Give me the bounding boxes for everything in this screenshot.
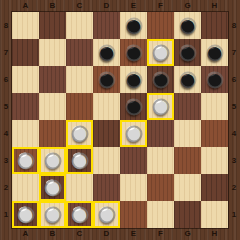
white-piece[interactable]: ● xyxy=(120,120,147,147)
square-a8[interactable] xyxy=(12,12,39,39)
file-label-a: A xyxy=(12,0,39,12)
square-b1[interactable]: ● xyxy=(39,201,66,228)
rank-label-8: 8 xyxy=(228,12,240,39)
square-a6[interactable] xyxy=(12,66,39,93)
rank-labels-left: 87654321 xyxy=(0,12,12,228)
square-d6[interactable]: ● xyxy=(93,66,120,93)
rank-label-7: 7 xyxy=(228,39,240,66)
black-piece[interactable]: ● xyxy=(93,66,120,93)
square-d1[interactable]: ● xyxy=(93,201,120,228)
rank-label-4: 4 xyxy=(0,120,12,147)
rank-label-6: 6 xyxy=(0,66,12,93)
square-c1[interactable]: ● xyxy=(66,201,93,228)
square-g2[interactable] xyxy=(174,174,201,201)
white-piece[interactable]: ● xyxy=(66,147,93,174)
square-g3[interactable] xyxy=(174,147,201,174)
rank-label-8: 8 xyxy=(0,12,12,39)
file-label-d: D xyxy=(93,0,120,12)
square-e1[interactable] xyxy=(120,201,147,228)
white-piece[interactable]: ● xyxy=(66,201,93,228)
file-label-h: H xyxy=(201,0,228,12)
square-c3[interactable]: ● xyxy=(66,147,93,174)
square-c6[interactable] xyxy=(66,66,93,93)
square-a3[interactable]: ● xyxy=(12,147,39,174)
rank-label-2: 2 xyxy=(0,174,12,201)
square-h2[interactable] xyxy=(201,174,228,201)
file-label-f: F xyxy=(147,228,174,240)
square-f2[interactable] xyxy=(147,174,174,201)
rank-label-4: 4 xyxy=(228,120,240,147)
square-b5[interactable] xyxy=(39,93,66,120)
square-e3[interactable] xyxy=(120,147,147,174)
black-piece[interactable]: ● xyxy=(201,66,228,93)
rank-label-3: 3 xyxy=(228,147,240,174)
square-g4[interactable] xyxy=(174,120,201,147)
file-label-f: F xyxy=(147,0,174,12)
board-grid: ●●●●●●●●●●●●●●●●●●●●●●●● xyxy=(12,12,228,228)
black-piece[interactable]: ● xyxy=(174,66,201,93)
square-h6[interactable]: ● xyxy=(201,66,228,93)
square-d3[interactable] xyxy=(93,147,120,174)
square-h4[interactable] xyxy=(201,120,228,147)
square-d4[interactable] xyxy=(93,120,120,147)
square-g5[interactable] xyxy=(174,93,201,120)
square-c7[interactable] xyxy=(66,39,93,66)
rank-label-5: 5 xyxy=(0,93,12,120)
square-f4[interactable] xyxy=(147,120,174,147)
square-a7[interactable] xyxy=(12,39,39,66)
rank-label-7: 7 xyxy=(0,39,12,66)
white-piece[interactable]: ● xyxy=(147,93,174,120)
square-e2[interactable] xyxy=(120,174,147,201)
square-b7[interactable] xyxy=(39,39,66,66)
square-a5[interactable] xyxy=(12,93,39,120)
rank-label-5: 5 xyxy=(228,93,240,120)
rank-label-3: 3 xyxy=(0,147,12,174)
square-f1[interactable] xyxy=(147,201,174,228)
square-g6[interactable]: ● xyxy=(174,66,201,93)
square-f3[interactable] xyxy=(147,147,174,174)
square-h1[interactable] xyxy=(201,201,228,228)
checkers-board: ABCDEFGH ABCDEFGH 87654321 87654321 ●●●●… xyxy=(0,0,240,240)
rank-label-1: 1 xyxy=(228,201,240,228)
square-f5[interactable]: ● xyxy=(147,93,174,120)
square-c8[interactable] xyxy=(66,12,93,39)
rank-label-6: 6 xyxy=(228,66,240,93)
white-piece[interactable]: ● xyxy=(93,201,120,228)
square-g1[interactable] xyxy=(174,201,201,228)
square-b8[interactable] xyxy=(39,12,66,39)
file-label-h: H xyxy=(201,228,228,240)
square-h3[interactable] xyxy=(201,147,228,174)
rank-labels-right: 87654321 xyxy=(228,12,240,228)
rank-label-2: 2 xyxy=(228,174,240,201)
file-label-g: G xyxy=(174,228,201,240)
square-a1[interactable]: ● xyxy=(12,201,39,228)
white-piece[interactable]: ● xyxy=(39,201,66,228)
file-label-e: E xyxy=(120,228,147,240)
square-d5[interactable] xyxy=(93,93,120,120)
file-label-c: C xyxy=(66,0,93,12)
square-b6[interactable] xyxy=(39,66,66,93)
file-label-b: B xyxy=(39,0,66,12)
white-piece[interactable]: ● xyxy=(12,201,39,228)
square-e4[interactable]: ● xyxy=(120,120,147,147)
rank-label-1: 1 xyxy=(0,201,12,228)
square-h5[interactable] xyxy=(201,93,228,120)
white-piece[interactable]: ● xyxy=(12,147,39,174)
